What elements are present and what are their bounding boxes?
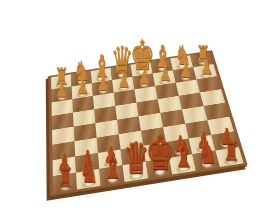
square-a1: ♜ <box>53 173 77 194</box>
far-golden-bishop: ♝ <box>93 52 112 80</box>
square-e6 <box>134 86 157 102</box>
square-g4 <box>182 106 207 124</box>
square-b1: ♞ <box>76 169 101 190</box>
square-a5 <box>52 113 74 130</box>
square-f2: ♟ <box>166 139 192 158</box>
far-golden-queen: ♛ <box>111 43 134 77</box>
chess-board: ♜♞♝♛♚♝♞♜♟♟♟♟♟♟♟♟♟♟♟♟♟♟♟♟♜♞♝♛♚♝♞♜ <box>48 50 247 196</box>
square-d1: ♛ <box>123 162 149 182</box>
board-scene: ♜♞♝♛♚♝♞♜♟♟♟♟♟♟♟♟♟♟♟♟♟♟♟♟♜♞♝♛♚♝♞♜ <box>0 0 268 220</box>
far-golden-knight: ♞ <box>175 43 191 68</box>
far-golden-rook: ♜ <box>196 43 210 64</box>
square-c2: ♟ <box>98 149 123 169</box>
far-golden-rook: ♜ <box>54 65 68 86</box>
square-a4 <box>52 127 74 145</box>
square-e1: ♚ <box>146 158 172 178</box>
square-c1: ♝ <box>99 165 124 185</box>
far-golden-bishop: ♝ <box>153 43 172 71</box>
square-h1: ♜ <box>215 147 243 167</box>
square-h2: ♟ <box>211 131 238 150</box>
far-golden-knight: ♞ <box>73 59 89 84</box>
photo-canvas: ♜♞♝♛♚♝♞♜♟♟♟♟♟♟♟♟♟♟♟♟♟♟♟♟♜♞♝♛♚♝♞♜ <box>0 0 268 220</box>
